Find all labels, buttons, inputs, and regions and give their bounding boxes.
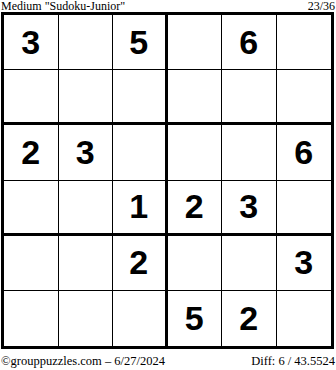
sudoku-board: 3562361232352 <box>1 12 334 349</box>
cell-r1c3: 5 <box>113 15 168 70</box>
cell-r6c6 <box>277 291 332 346</box>
cell-r6c5: 2 <box>222 291 277 346</box>
cell-r6c2 <box>59 291 114 346</box>
cell-r4c1 <box>4 181 59 236</box>
cell-r3c1: 2 <box>4 125 59 180</box>
cell-r5c5 <box>222 236 277 291</box>
cell-r4c2 <box>59 181 114 236</box>
cell-r1c4 <box>168 15 223 70</box>
cell-r2c5 <box>222 70 277 125</box>
cell-r4c6 <box>277 181 332 236</box>
cell-r1c2 <box>59 15 114 70</box>
cell-r5c4 <box>168 236 223 291</box>
puzzle-title: Medium "Sudoku-Junior" <box>1 0 125 12</box>
cell-r1c1: 3 <box>4 15 59 70</box>
cell-r2c1 <box>4 70 59 125</box>
cell-r1c5: 6 <box>222 15 277 70</box>
footer-bar: ©grouppuzzles.com – 6/27/2024 Diff: 6 / … <box>1 354 335 368</box>
cell-r3c5 <box>222 125 277 180</box>
cell-r2c2 <box>59 70 114 125</box>
cell-r4c3: 1 <box>113 181 168 236</box>
cell-r4c4: 2 <box>168 181 223 236</box>
cell-r2c3 <box>113 70 168 125</box>
cell-r6c3 <box>113 291 168 346</box>
cell-r1c6 <box>277 15 332 70</box>
cell-r5c3: 2 <box>113 236 168 291</box>
cell-r2c6 <box>277 70 332 125</box>
cell-r3c6: 6 <box>277 125 332 180</box>
header-bar: Medium "Sudoku-Junior" 23/36 <box>1 0 335 12</box>
copyright-credit: ©grouppuzzles.com – 6/27/2024 <box>1 355 165 368</box>
cells-remaining-counter: 23/36 <box>308 0 335 12</box>
cell-r3c2: 3 <box>59 125 114 180</box>
cell-r5c2 <box>59 236 114 291</box>
cell-r6c1 <box>4 291 59 346</box>
cell-r3c4 <box>168 125 223 180</box>
cell-r4c5: 3 <box>222 181 277 236</box>
cell-r5c6: 3 <box>277 236 332 291</box>
cell-r5c1 <box>4 236 59 291</box>
cell-r6c4: 5 <box>168 291 223 346</box>
cell-r3c3 <box>113 125 168 180</box>
cell-r2c4 <box>168 70 223 125</box>
difficulty-rating: Diff: 6 / 43.5524 <box>251 355 335 368</box>
